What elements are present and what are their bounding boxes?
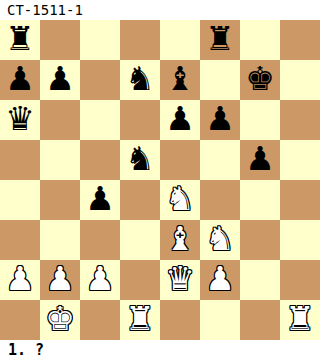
square-g2[interactable] <box>240 260 280 300</box>
square-c1[interactable] <box>80 300 120 340</box>
title-bar: CT-1511-1 <box>0 0 320 20</box>
square-e3[interactable]: ♝ <box>160 220 200 260</box>
square-c4[interactable]: ♟ <box>80 180 120 220</box>
chess-board: ♜♜♟♟♞♝♚♛♟♟♞♟♟♞♝♞♟♟♟♛♟♚♜♜ <box>0 20 320 340</box>
square-c3[interactable] <box>80 220 120 260</box>
black-queen-a6[interactable]: ♛ <box>5 100 35 139</box>
white-queen-e2[interactable]: ♛ <box>165 260 195 299</box>
black-bishop-e7[interactable]: ♝ <box>165 60 195 99</box>
square-h2[interactable] <box>280 260 320 300</box>
white-pawn-f2[interactable]: ♟ <box>205 260 235 299</box>
square-f5[interactable] <box>200 140 240 180</box>
black-knight-d5[interactable]: ♞ <box>125 140 155 179</box>
square-a8[interactable]: ♜ <box>0 20 40 60</box>
square-f2[interactable]: ♟ <box>200 260 240 300</box>
square-f7[interactable] <box>200 60 240 100</box>
white-pawn-b2[interactable]: ♟ <box>45 260 75 299</box>
square-d5[interactable]: ♞ <box>120 140 160 180</box>
black-pawn-e6[interactable]: ♟ <box>165 100 195 139</box>
square-h5[interactable] <box>280 140 320 180</box>
black-pawn-f6[interactable]: ♟ <box>205 100 235 139</box>
square-d7[interactable]: ♞ <box>120 60 160 100</box>
square-a5[interactable] <box>0 140 40 180</box>
square-h1[interactable]: ♜ <box>280 300 320 340</box>
square-a4[interactable] <box>0 180 40 220</box>
square-g7[interactable]: ♚ <box>240 60 280 100</box>
square-h3[interactable] <box>280 220 320 260</box>
square-e6[interactable]: ♟ <box>160 100 200 140</box>
square-c7[interactable] <box>80 60 120 100</box>
square-d2[interactable] <box>120 260 160 300</box>
square-e1[interactable] <box>160 300 200 340</box>
square-f1[interactable] <box>200 300 240 340</box>
square-e2[interactable]: ♛ <box>160 260 200 300</box>
square-e7[interactable]: ♝ <box>160 60 200 100</box>
square-a3[interactable] <box>0 220 40 260</box>
move-prompt: 1. ? <box>8 341 44 359</box>
square-h8[interactable] <box>280 20 320 60</box>
square-e4[interactable]: ♞ <box>160 180 200 220</box>
white-pawn-c2[interactable]: ♟ <box>85 260 115 299</box>
square-b5[interactable] <box>40 140 80 180</box>
puzzle-title: CT-1511-1 <box>7 2 83 18</box>
square-g3[interactable] <box>240 220 280 260</box>
square-f4[interactable] <box>200 180 240 220</box>
black-pawn-b7[interactable]: ♟ <box>45 60 75 99</box>
square-g1[interactable] <box>240 300 280 340</box>
square-b1[interactable]: ♚ <box>40 300 80 340</box>
square-g4[interactable] <box>240 180 280 220</box>
square-g8[interactable] <box>240 20 280 60</box>
black-pawn-g5[interactable]: ♟ <box>245 140 275 179</box>
square-c5[interactable] <box>80 140 120 180</box>
square-a7[interactable]: ♟ <box>0 60 40 100</box>
square-f6[interactable]: ♟ <box>200 100 240 140</box>
footer-bar: 1. ? <box>0 340 320 360</box>
square-b4[interactable] <box>40 180 80 220</box>
white-rook-h1[interactable]: ♜ <box>285 300 315 339</box>
white-pawn-a2[interactable]: ♟ <box>5 260 35 299</box>
square-d6[interactable] <box>120 100 160 140</box>
square-d4[interactable] <box>120 180 160 220</box>
square-h6[interactable] <box>280 100 320 140</box>
square-h7[interactable] <box>280 60 320 100</box>
white-rook-d1[interactable]: ♜ <box>125 300 155 339</box>
square-b2[interactable]: ♟ <box>40 260 80 300</box>
square-d1[interactable]: ♜ <box>120 300 160 340</box>
square-c8[interactable] <box>80 20 120 60</box>
square-b8[interactable] <box>40 20 80 60</box>
black-rook-f8[interactable]: ♜ <box>205 20 235 59</box>
square-e5[interactable] <box>160 140 200 180</box>
white-king-b1[interactable]: ♚ <box>45 300 75 339</box>
square-c6[interactable] <box>80 100 120 140</box>
square-b6[interactable] <box>40 100 80 140</box>
square-a1[interactable] <box>0 300 40 340</box>
square-f3[interactable]: ♞ <box>200 220 240 260</box>
black-pawn-a7[interactable]: ♟ <box>5 60 35 99</box>
square-d3[interactable] <box>120 220 160 260</box>
square-f8[interactable]: ♜ <box>200 20 240 60</box>
square-b3[interactable] <box>40 220 80 260</box>
square-c2[interactable]: ♟ <box>80 260 120 300</box>
black-pawn-c4[interactable]: ♟ <box>85 180 115 219</box>
white-bishop-e3[interactable]: ♝ <box>165 220 195 259</box>
square-b7[interactable]: ♟ <box>40 60 80 100</box>
white-knight-f3[interactable]: ♞ <box>205 220 235 259</box>
square-g6[interactable] <box>240 100 280 140</box>
black-rook-a8[interactable]: ♜ <box>5 20 35 59</box>
square-a6[interactable]: ♛ <box>0 100 40 140</box>
square-g5[interactable]: ♟ <box>240 140 280 180</box>
black-king-g7[interactable]: ♚ <box>245 60 275 99</box>
square-a2[interactable]: ♟ <box>0 260 40 300</box>
square-d8[interactable] <box>120 20 160 60</box>
black-knight-d7[interactable]: ♞ <box>125 60 155 99</box>
square-e8[interactable] <box>160 20 200 60</box>
white-knight-e4[interactable]: ♞ <box>165 180 195 219</box>
square-h4[interactable] <box>280 180 320 220</box>
